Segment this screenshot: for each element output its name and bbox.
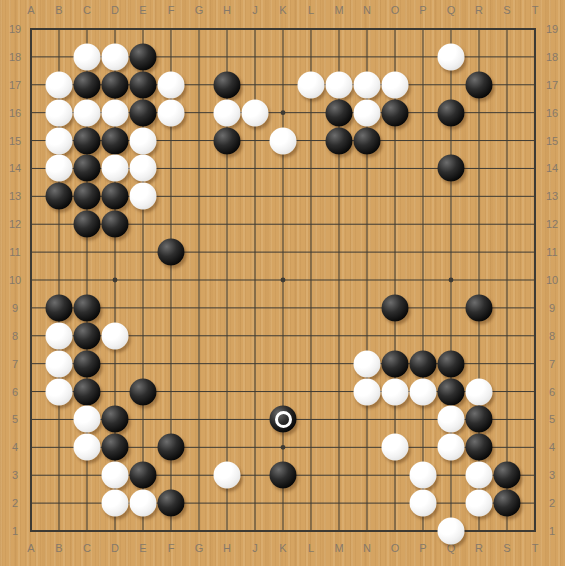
column-label: G [195, 5, 204, 16]
black-stone [158, 434, 185, 461]
white-stone [74, 434, 101, 461]
column-label: Q [447, 5, 456, 16]
black-stone [466, 294, 493, 321]
black-stone [410, 350, 437, 377]
column-label: C [83, 543, 91, 554]
row-label: 10 [9, 275, 21, 286]
black-stone [326, 99, 353, 126]
black-stone [46, 294, 73, 321]
black-stone [102, 211, 129, 238]
white-stone [354, 99, 381, 126]
row-label: 19 [9, 24, 21, 35]
black-stone [354, 127, 381, 154]
black-stone [158, 239, 185, 266]
column-label: M [334, 5, 343, 16]
white-stone [382, 434, 409, 461]
row-label: 3 [549, 470, 555, 481]
row-label: 1 [12, 526, 18, 537]
star-point [113, 278, 118, 283]
black-stone [382, 294, 409, 321]
black-stone [214, 127, 241, 154]
column-label: S [503, 5, 510, 16]
black-stone [74, 322, 101, 349]
row-label: 12 [9, 219, 21, 230]
black-stone [74, 71, 101, 98]
row-label: 16 [9, 107, 21, 118]
black-stone [326, 127, 353, 154]
black-stone [270, 462, 297, 489]
column-label: H [223, 543, 231, 554]
row-label: 1 [549, 526, 555, 537]
white-stone [298, 71, 325, 98]
black-stone [74, 378, 101, 405]
black-stone [270, 406, 297, 433]
white-stone [46, 350, 73, 377]
black-stone [74, 183, 101, 210]
row-label: 2 [549, 498, 555, 509]
column-label: B [55, 5, 62, 16]
white-stone [410, 378, 437, 405]
white-stone [130, 127, 157, 154]
row-label: 7 [12, 358, 18, 369]
column-label: J [252, 5, 258, 16]
black-stone [494, 490, 521, 517]
black-stone [102, 127, 129, 154]
row-label: 3 [12, 470, 18, 481]
row-label: 14 [9, 163, 21, 174]
white-stone [438, 434, 465, 461]
black-stone [466, 406, 493, 433]
white-stone [102, 322, 129, 349]
black-stone [438, 378, 465, 405]
black-stone [102, 71, 129, 98]
column-label: A [27, 543, 34, 554]
row-label: 17 [9, 79, 21, 90]
white-stone [130, 490, 157, 517]
column-label: G [195, 543, 204, 554]
row-label: 4 [549, 442, 555, 453]
row-label: 12 [546, 219, 558, 230]
white-stone [130, 183, 157, 210]
row-label: 16 [546, 107, 558, 118]
column-label: S [503, 543, 510, 554]
black-stone [130, 43, 157, 70]
white-stone [326, 71, 353, 98]
white-stone [438, 406, 465, 433]
column-label: R [475, 5, 483, 16]
white-stone [410, 462, 437, 489]
row-label: 17 [546, 79, 558, 90]
white-stone [74, 99, 101, 126]
black-stone [74, 350, 101, 377]
white-stone [46, 99, 73, 126]
row-label: 2 [12, 498, 18, 509]
column-label: O [391, 5, 400, 16]
black-stone [466, 434, 493, 461]
column-label: B [55, 543, 62, 554]
row-label: 19 [546, 24, 558, 35]
column-label: P [419, 543, 426, 554]
last-move-marker [275, 411, 292, 428]
white-stone [410, 490, 437, 517]
column-label: D [111, 5, 119, 16]
white-stone [102, 43, 129, 70]
black-stone [158, 490, 185, 517]
white-stone [102, 462, 129, 489]
column-label: P [419, 5, 426, 16]
star-point [281, 110, 286, 115]
black-stone [74, 155, 101, 182]
black-stone [494, 462, 521, 489]
white-stone [214, 462, 241, 489]
white-stone [102, 155, 129, 182]
column-label: J [252, 543, 258, 554]
white-stone [46, 322, 73, 349]
black-stone [438, 350, 465, 377]
column-label: T [532, 543, 539, 554]
white-stone [130, 155, 157, 182]
white-stone [466, 462, 493, 489]
column-label: A [27, 5, 34, 16]
white-stone [354, 350, 381, 377]
black-stone [438, 99, 465, 126]
go-board[interactable]: ABCDEFGHJKLMNOPQRST ABCDEFGHJKLMNOPQRST … [0, 0, 565, 566]
white-stone [466, 490, 493, 517]
white-stone [466, 378, 493, 405]
black-stone [130, 462, 157, 489]
white-stone [382, 71, 409, 98]
column-label: T [532, 5, 539, 16]
black-stone [102, 183, 129, 210]
black-stone [102, 406, 129, 433]
column-label: R [475, 543, 483, 554]
row-label: 11 [9, 247, 20, 258]
column-label: K [279, 5, 286, 16]
white-stone [438, 43, 465, 70]
row-label: 9 [549, 302, 555, 313]
white-stone [158, 71, 185, 98]
black-stone [382, 99, 409, 126]
white-stone [46, 127, 73, 154]
column-label: N [363, 543, 371, 554]
row-label: 4 [12, 442, 18, 453]
row-label: 7 [549, 358, 555, 369]
row-label: 8 [549, 330, 555, 341]
black-stone [74, 294, 101, 321]
row-label: 14 [546, 163, 558, 174]
column-label: O [391, 543, 400, 554]
white-stone [270, 127, 297, 154]
black-stone [130, 71, 157, 98]
column-label: C [83, 5, 91, 16]
white-stone [74, 43, 101, 70]
row-label: 18 [9, 51, 21, 62]
row-label: 5 [549, 414, 555, 425]
row-label: 15 [9, 135, 21, 146]
column-label: L [308, 5, 314, 16]
row-label: 13 [546, 191, 558, 202]
white-stone [46, 71, 73, 98]
white-stone [214, 99, 241, 126]
column-label: D [111, 543, 119, 554]
column-label: F [168, 5, 175, 16]
white-stone [242, 99, 269, 126]
row-label: 13 [9, 191, 21, 202]
white-stone [354, 378, 381, 405]
row-label: 6 [12, 386, 18, 397]
column-label: H [223, 5, 231, 16]
star-point [281, 445, 286, 450]
row-label: 18 [546, 51, 558, 62]
black-stone [214, 71, 241, 98]
row-label: 11 [546, 247, 557, 258]
star-point [449, 278, 454, 283]
white-stone [382, 378, 409, 405]
white-stone [438, 518, 465, 545]
column-label: E [139, 5, 146, 16]
column-label: F [168, 543, 175, 554]
row-label: 6 [549, 386, 555, 397]
white-stone [354, 71, 381, 98]
black-stone [102, 434, 129, 461]
black-stone [74, 127, 101, 154]
row-label: 9 [12, 302, 18, 313]
black-stone [74, 211, 101, 238]
column-label: N [363, 5, 371, 16]
row-label: 15 [546, 135, 558, 146]
column-label: K [279, 543, 286, 554]
black-stone [130, 378, 157, 405]
row-label: 5 [12, 414, 18, 425]
white-stone [102, 99, 129, 126]
black-stone [438, 155, 465, 182]
column-label: M [334, 543, 343, 554]
star-point [281, 278, 286, 283]
black-stone [46, 183, 73, 210]
white-stone [46, 155, 73, 182]
row-label: 10 [546, 275, 558, 286]
white-stone [74, 406, 101, 433]
column-label: E [139, 543, 146, 554]
column-label: L [308, 543, 314, 554]
white-stone [158, 99, 185, 126]
black-stone [466, 71, 493, 98]
black-stone [382, 350, 409, 377]
row-label: 8 [12, 330, 18, 341]
white-stone [102, 490, 129, 517]
black-stone [130, 99, 157, 126]
white-stone [46, 378, 73, 405]
